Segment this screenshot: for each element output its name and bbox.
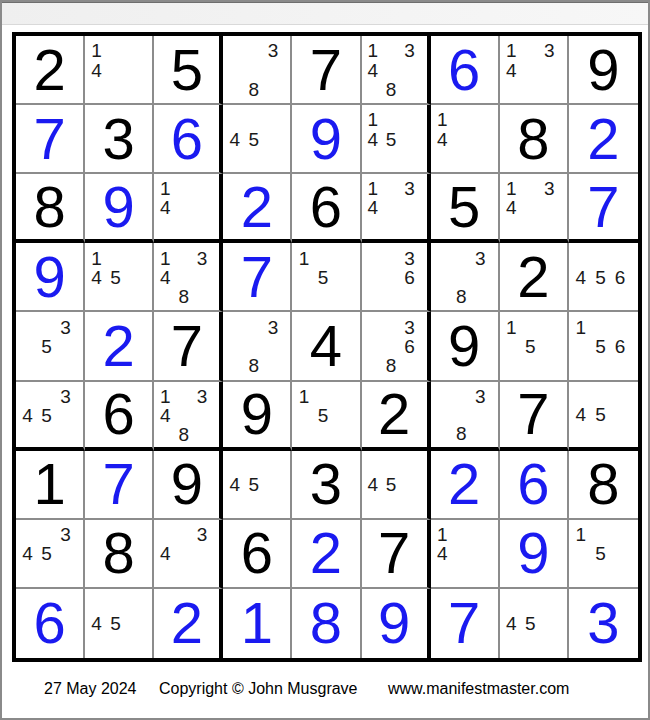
footer-website: www.manifestmaster.com [388,680,569,698]
candidate-digit: 4 [225,475,244,494]
cell-r9c4[interactable]: 1 [223,589,292,658]
cell-r3c7[interactable]: 5 [431,174,500,243]
entered-digit: 7 [33,110,65,168]
candidate-digit: 4 [433,544,452,563]
cell-r4c7[interactable]: 38 [431,243,500,312]
cell-r2c1[interactable]: 7 [16,105,85,174]
cell-r3c9[interactable]: 7 [569,174,638,243]
cell-r3c4[interactable]: 2 [223,174,292,243]
given-digit: 7 [171,317,203,375]
cell-r9c8[interactable]: 45 [500,589,569,658]
candidate-digit: 5 [591,405,611,424]
cell-r3c3[interactable]: 14 [154,174,223,243]
candidate-digit: 5 [313,406,332,425]
cell-r4c1[interactable]: 9 [16,243,85,312]
given-digit: 7 [517,385,549,443]
cell-r6c1[interactable]: 345 [16,382,85,451]
candidate-digit: 6 [610,268,630,287]
pencil-marks: 14 [85,36,152,103]
cell-r7c1[interactable]: 1 [16,451,85,520]
candidate-digit: 4 [18,406,37,425]
candidate-digit: 3 [56,525,75,544]
candidate-digit: 1 [364,110,382,129]
given-digit: 7 [378,524,410,582]
candidate-digit: 3 [540,41,559,60]
candidate-digit: 1 [571,317,591,336]
candidate-digit: 8 [382,356,400,375]
candidate-digit: 5 [106,268,125,287]
candidate-digit: 1 [433,525,452,544]
entered-digit: 3 [587,594,619,652]
cell-r7c3[interactable]: 9 [154,451,223,520]
pencil-marks: 1348 [154,243,219,310]
candidate-digit: 4 [87,268,106,287]
candidate-digit: 4 [364,60,382,79]
cell-r4c9[interactable]: 456 [569,243,638,312]
candidate-digit: 4 [433,129,452,148]
entered-digit: 8 [310,594,342,652]
cell-r2c6[interactable]: 145 [362,105,431,174]
entered-digit: 2 [310,524,342,582]
cell-r5c6[interactable]: 368 [362,312,431,381]
given-digit: 3 [310,455,342,513]
given-digit: 2 [378,385,410,443]
candidate-digit: 5 [37,337,56,356]
candidate-digit: 4 [87,614,106,634]
cell-r8c4[interactable]: 6 [223,520,292,589]
footer-copyright: Copyright © John Musgrave [159,680,358,698]
cell-r7c2[interactable]: 7 [85,451,154,520]
candidate-digit: 6 [400,268,418,287]
cell-r7c7[interactable]: 2 [431,451,500,520]
cell-r2c4[interactable]: 45 [223,105,292,174]
candidate-digit: 1 [87,248,106,267]
cell-r6c9[interactable]: 45 [569,382,638,451]
candidate-digit: 4 [156,406,174,425]
cell-r8c1[interactable]: 345 [16,520,85,589]
candidate-digit: 4 [571,268,591,287]
cell-r9c5[interactable]: 8 [292,589,361,658]
given-digit: 6 [241,524,273,582]
cell-r1c2[interactable]: 14 [85,36,154,105]
pencil-marks: 38 [223,312,290,379]
pencil-marks: 45 [223,451,290,518]
candidate-digit: 3 [400,179,418,198]
pencil-marks: 134 [500,174,567,239]
cell-r2c3[interactable]: 6 [154,105,223,174]
candidate-digit: 5 [382,129,400,148]
cell-r5c1[interactable]: 35 [16,312,85,381]
cell-r8c7[interactable]: 14 [431,520,500,589]
candidate-digit: 8 [244,356,263,375]
candidate-digit: 3 [400,41,418,60]
pencil-marks: 156 [569,312,638,379]
cell-r9c9[interactable]: 3 [569,589,638,658]
entered-digit: 9 [103,178,135,236]
candidate-digit: 5 [37,544,56,563]
candidate-digit: 3 [263,41,282,60]
cell-r4c6[interactable]: 36 [362,243,431,312]
cell-r6c3[interactable]: 1348 [154,382,223,451]
candidate-digit: 6 [610,337,630,356]
given-digit: 8 [587,455,619,513]
cell-r4c4[interactable]: 7 [223,243,292,312]
candidate-digit: 1 [364,179,382,198]
candidate-digit: 4 [225,129,244,148]
candidate-digit: 1 [294,387,313,406]
cell-r1c1[interactable]: 2 [16,36,85,105]
candidate-digit: 1 [156,179,174,198]
given-digit: 6 [310,178,342,236]
given-digit: 2 [517,248,549,306]
pencil-marks: 34 [154,520,219,587]
candidate-digit: 4 [502,614,521,634]
page-top-band [2,2,648,25]
pencil-marks: 15 [500,312,567,379]
given-digit: 9 [171,455,203,513]
cell-r4c5[interactable]: 15 [292,243,361,312]
entered-digit: 7 [448,594,480,652]
entered-digit: 6 [517,455,549,513]
pencil-marks: 45 [223,105,290,172]
candidate-digit: 3 [56,317,75,336]
candidate-digit: 8 [382,80,400,99]
given-digit: 9 [241,385,273,443]
pencil-marks: 1348 [362,36,427,103]
cell-r8c8[interactable]: 9 [500,520,569,589]
candidate-digit: 1 [502,317,521,336]
pencil-marks: 368 [362,312,427,379]
cell-r3c8[interactable]: 134 [500,174,569,243]
candidate-digit: 3 [193,248,211,267]
candidate-digit: 3 [193,525,211,544]
entered-digit: 2 [241,178,273,236]
pencil-marks: 134 [500,36,567,103]
cell-r8c9[interactable]: 15 [569,520,638,589]
candidate-digit: 5 [37,406,56,425]
footer-date: 27 May 2024 [44,680,137,698]
pencil-marks: 15 [292,243,359,310]
cell-r7c4[interactable]: 45 [223,451,292,520]
cell-r1c6[interactable]: 1348 [362,36,431,105]
cell-r1c7[interactable]: 6 [431,36,500,105]
cell-r9c1[interactable]: 6 [16,589,85,658]
pencil-marks: 1348 [154,382,219,447]
cell-r3c1[interactable]: 8 [16,174,85,243]
candidate-digit: 3 [400,248,418,267]
cell-r7c9[interactable]: 8 [569,451,638,520]
cell-r4c3[interactable]: 1348 [154,243,223,312]
entered-digit: 9 [517,524,549,582]
cell-r7c8[interactable]: 6 [500,451,569,520]
pencil-marks: 345 [16,382,83,447]
cell-r7c5[interactable]: 3 [292,451,361,520]
cell-r3c5[interactable]: 6 [292,174,361,243]
candidate-digit: 1 [571,525,591,544]
cell-r8c6[interactable]: 7 [362,520,431,589]
candidate-digit: 5 [591,268,611,287]
cell-r6c6[interactable]: 2 [362,382,431,451]
candidate-digit: 1 [294,248,313,267]
entered-digit: 9 [310,110,342,168]
given-digit: 8 [33,178,65,236]
pencil-marks: 36 [362,243,427,310]
candidate-digit: 5 [313,268,332,287]
cell-r6c5[interactable]: 15 [292,382,361,451]
footer: 27 May 2024 Copyright © John Musgrave ww… [44,680,569,698]
candidate-digit: 3 [471,248,490,267]
given-digit: 6 [103,385,135,443]
pencil-marks: 14 [154,174,219,239]
candidate-digit: 5 [591,544,611,563]
candidate-digit: 4 [502,198,521,217]
entered-digit: 1 [241,594,273,652]
cell-r1c8[interactable]: 134 [500,36,569,105]
cell-r6c7[interactable]: 38 [431,382,500,451]
candidate-digit: 3 [540,179,559,198]
given-digit: 9 [448,317,480,375]
entered-digit: 7 [241,248,273,306]
cell-r9c7[interactable]: 7 [431,589,500,658]
candidate-digit: 3 [56,387,75,406]
entered-digit: 6 [171,110,203,168]
candidate-digit: 4 [364,475,382,494]
cell-r6c2[interactable]: 6 [85,382,154,451]
candidate-digit: 5 [521,337,540,356]
pencil-marks: 15 [569,520,638,587]
candidate-digit: 8 [175,287,193,306]
cell-r6c8[interactable]: 7 [500,382,569,451]
cell-r1c9[interactable]: 9 [569,36,638,105]
given-digit: 4 [310,317,342,375]
pencil-marks: 38 [223,36,290,103]
cell-r6c4[interactable]: 9 [223,382,292,451]
candidate-digit: 1 [502,41,521,60]
pencil-marks: 134 [362,174,427,239]
given-digit: 8 [103,524,135,582]
candidate-digit: 1 [433,110,452,129]
candidate-digit: 4 [156,268,174,287]
sudoku-board: 2145387134861349736459145148289142613451… [12,32,642,662]
candidate-digit: 8 [452,424,471,443]
given-digit: 1 [33,455,65,513]
candidate-digit: 3 [193,387,211,406]
candidate-digit: 5 [591,337,611,356]
candidate-digit: 8 [244,80,263,99]
pencil-marks: 15 [292,382,359,447]
entered-digit: 7 [103,455,135,513]
pencil-marks: 38 [431,382,498,447]
cell-r1c4[interactable]: 38 [223,36,292,105]
cell-r4c2[interactable]: 145 [85,243,154,312]
candidate-digit: 4 [156,544,174,563]
candidate-digit: 1 [156,248,174,267]
cell-r4c8[interactable]: 2 [500,243,569,312]
given-digit: 5 [171,41,203,99]
candidate-digit: 4 [502,60,521,79]
cell-r2c9[interactable]: 2 [569,105,638,174]
candidate-digit: 6 [400,337,418,356]
entered-digit: 2 [171,594,203,652]
candidate-digit: 1 [502,179,521,198]
pencil-marks: 38 [431,243,498,310]
candidate-digit: 3 [263,317,282,336]
given-digit: 2 [33,41,65,99]
given-digit: 8 [517,110,549,168]
pencil-marks: 145 [362,105,427,172]
cell-r5c4[interactable]: 38 [223,312,292,381]
pencil-marks: 45 [569,382,638,447]
cell-r5c3[interactable]: 7 [154,312,223,381]
entered-digit: 2 [103,317,135,375]
pencil-marks: 456 [569,243,638,310]
entered-digit: 9 [378,594,410,652]
candidate-digit: 5 [244,475,263,494]
page: { "game": { "type": "sudoku", "size": 9,… [0,0,650,720]
cell-r8c2[interactable]: 8 [85,520,154,589]
candidate-digit: 4 [364,198,382,217]
pencil-marks: 14 [431,105,498,172]
pencil-marks: 345 [16,520,83,587]
candidate-digit: 1 [364,41,382,60]
candidate-digit: 5 [521,614,540,634]
cell-r1c5[interactable]: 7 [292,36,361,105]
entered-digit: 2 [587,110,619,168]
pencil-marks: 45 [85,589,152,658]
candidate-digit: 3 [400,317,418,336]
pencil-marks: 14 [431,520,498,587]
entered-digit: 2 [448,455,480,513]
cell-r2c7[interactable]: 14 [431,105,500,174]
candidate-digit: 5 [106,614,125,634]
entered-digit: 7 [587,178,619,236]
candidate-digit: 5 [382,475,400,494]
cell-r8c3[interactable]: 34 [154,520,223,589]
cell-r5c8[interactable]: 15 [500,312,569,381]
given-digit: 9 [587,41,619,99]
candidate-digit: 3 [471,387,490,406]
candidate-digit: 8 [175,425,193,444]
candidate-digit: 4 [364,129,382,148]
given-digit: 3 [103,110,135,168]
entered-digit: 6 [448,41,480,99]
entered-digit: 6 [33,594,65,652]
pencil-marks: 45 [500,589,567,658]
cell-r9c3[interactable]: 2 [154,589,223,658]
cell-r5c9[interactable]: 156 [569,312,638,381]
entered-digit: 9 [33,248,65,306]
cell-r2c2[interactable]: 3 [85,105,154,174]
cell-r2c8[interactable]: 8 [500,105,569,174]
candidate-digit: 8 [452,287,471,306]
candidate-digit: 4 [156,198,174,217]
candidate-digit: 4 [18,544,37,563]
cell-r8c5[interactable]: 2 [292,520,361,589]
pencil-marks: 45 [362,451,427,518]
candidate-digit: 1 [87,41,106,60]
cell-r5c5[interactable]: 4 [292,312,361,381]
given-digit: 7 [310,41,342,99]
cell-r3c2[interactable]: 9 [85,174,154,243]
candidate-digit: 4 [87,60,106,79]
candidate-digit: 4 [571,405,591,424]
cell-r2c5[interactable]: 9 [292,105,361,174]
cell-r7c6[interactable]: 45 [362,451,431,520]
cell-r5c2[interactable]: 2 [85,312,154,381]
cell-r5c7[interactable]: 9 [431,312,500,381]
candidate-digit: 5 [244,129,263,148]
cell-r1c3[interactable]: 5 [154,36,223,105]
cell-r3c6[interactable]: 134 [362,174,431,243]
pencil-marks: 35 [16,312,83,379]
cell-r9c6[interactable]: 9 [362,589,431,658]
given-digit: 5 [448,178,480,236]
cell-r9c2[interactable]: 45 [85,589,154,658]
candidate-digit: 1 [156,387,174,406]
pencil-marks: 145 [85,243,152,310]
